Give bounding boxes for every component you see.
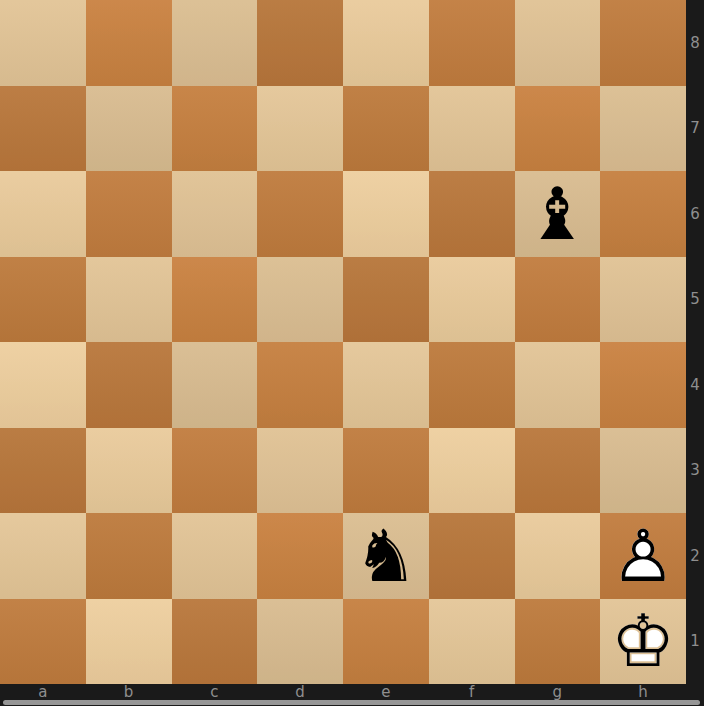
square-b7[interactable] (86, 86, 172, 172)
horizontal-scrollbar[interactable] (3, 700, 700, 705)
rank-label-1: 1 (686, 599, 704, 685)
square-h3[interactable] (600, 428, 686, 514)
square-a1[interactable] (0, 599, 86, 685)
white-pawn-outline: ♙ (603, 514, 683, 598)
file-label-a: a (0, 684, 86, 700)
square-h2[interactable]: ♟♙ (600, 513, 686, 599)
black-bishop-glyph: ♝ (517, 172, 597, 256)
square-e2[interactable]: ♞ (343, 513, 429, 599)
square-b2[interactable] (86, 513, 172, 599)
file-label-f: f (429, 684, 515, 700)
square-b8[interactable] (86, 0, 172, 86)
rank-label-4: 4 (686, 342, 704, 428)
square-g4[interactable] (515, 342, 601, 428)
square-f1[interactable] (429, 599, 515, 685)
file-label-e: e (343, 684, 429, 700)
file-label-b: b (86, 684, 172, 700)
square-f4[interactable] (429, 342, 515, 428)
rank-labels: 87654321 (686, 0, 704, 684)
square-h8[interactable] (600, 0, 686, 86)
square-a6[interactable] (0, 171, 86, 257)
rank-label-6: 6 (686, 171, 704, 257)
square-a4[interactable] (0, 342, 86, 428)
square-b5[interactable] (86, 257, 172, 343)
square-g5[interactable] (515, 257, 601, 343)
square-b4[interactable] (86, 342, 172, 428)
square-f2[interactable] (429, 513, 515, 599)
square-h4[interactable] (600, 342, 686, 428)
white-king-outline: ♔ (603, 599, 683, 683)
square-h7[interactable] (600, 86, 686, 172)
black-knight-glyph: ♞ (346, 514, 426, 598)
chess-board: ♝♞♟♙♚♔ (0, 0, 686, 684)
square-e8[interactable] (343, 0, 429, 86)
file-label-d: d (257, 684, 343, 700)
white-pawn[interactable]: ♟♙ (603, 514, 683, 598)
square-d8[interactable] (257, 0, 343, 86)
square-b3[interactable] (86, 428, 172, 514)
square-f6[interactable] (429, 171, 515, 257)
square-h1[interactable]: ♚♔ (600, 599, 686, 685)
chess-app: ♝♞♟♙♚♔ 87654321 abcdefgh (0, 0, 704, 706)
square-e4[interactable] (343, 342, 429, 428)
square-a2[interactable] (0, 513, 86, 599)
square-h5[interactable] (600, 257, 686, 343)
square-d5[interactable] (257, 257, 343, 343)
rank-label-2: 2 (686, 513, 704, 599)
square-c3[interactable] (172, 428, 258, 514)
square-e3[interactable] (343, 428, 429, 514)
file-label-h: h (600, 684, 686, 700)
square-a5[interactable] (0, 257, 86, 343)
square-a8[interactable] (0, 0, 86, 86)
white-king[interactable]: ♚♔ (603, 599, 683, 683)
square-c5[interactable] (172, 257, 258, 343)
rank-label-3: 3 (686, 428, 704, 514)
square-g1[interactable] (515, 599, 601, 685)
square-h6[interactable] (600, 171, 686, 257)
square-d6[interactable] (257, 171, 343, 257)
rank-label-5: 5 (686, 257, 704, 343)
square-e6[interactable] (343, 171, 429, 257)
square-b6[interactable] (86, 171, 172, 257)
square-g2[interactable] (515, 513, 601, 599)
rank-label-8: 8 (686, 0, 704, 86)
square-a7[interactable] (0, 86, 86, 172)
black-bishop[interactable]: ♝ (517, 172, 597, 256)
square-g8[interactable] (515, 0, 601, 86)
square-g6[interactable]: ♝ (515, 171, 601, 257)
square-b1[interactable] (86, 599, 172, 685)
square-d3[interactable] (257, 428, 343, 514)
square-g3[interactable] (515, 428, 601, 514)
square-e1[interactable] (343, 599, 429, 685)
square-c1[interactable] (172, 599, 258, 685)
square-e7[interactable] (343, 86, 429, 172)
file-label-c: c (172, 684, 258, 700)
rank-label-7: 7 (686, 86, 704, 172)
square-d7[interactable] (257, 86, 343, 172)
square-c2[interactable] (172, 513, 258, 599)
square-d2[interactable] (257, 513, 343, 599)
square-d1[interactable] (257, 599, 343, 685)
square-a3[interactable] (0, 428, 86, 514)
file-label-g: g (515, 684, 601, 700)
square-e5[interactable] (343, 257, 429, 343)
square-f3[interactable] (429, 428, 515, 514)
square-c6[interactable] (172, 171, 258, 257)
file-labels: abcdefgh (0, 684, 686, 700)
black-knight[interactable]: ♞ (346, 514, 426, 598)
square-c4[interactable] (172, 342, 258, 428)
square-d4[interactable] (257, 342, 343, 428)
square-c7[interactable] (172, 86, 258, 172)
square-f8[interactable] (429, 0, 515, 86)
square-g7[interactable] (515, 86, 601, 172)
square-f7[interactable] (429, 86, 515, 172)
square-c8[interactable] (172, 0, 258, 86)
square-f5[interactable] (429, 257, 515, 343)
